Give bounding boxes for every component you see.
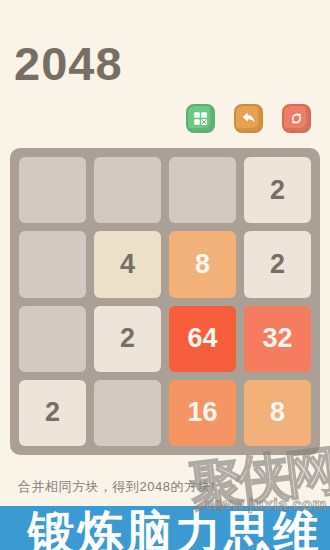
restart-button[interactable] (282, 104, 311, 133)
banner-text: 锻炼脑力思维 (28, 508, 322, 550)
toolbar (186, 104, 311, 133)
page-title: 2048 (14, 40, 123, 87)
tile-2: 2 (244, 231, 311, 297)
empty-cell (19, 231, 86, 297)
tile-2: 2 (94, 306, 161, 372)
restart-arrows-icon (288, 110, 305, 127)
board-grid[interactable]: 2482264322168 (10, 148, 320, 455)
tile-64: 64 (169, 306, 236, 372)
bottom-banner: 锻炼脑力思维 (0, 506, 330, 550)
empty-cell (19, 157, 86, 223)
hint-text: 合并相同方块，得到2048的方块! (18, 478, 215, 496)
tile-2: 2 (19, 380, 86, 446)
tile-4: 4 (94, 231, 161, 297)
empty-cell (169, 157, 236, 223)
tile-32: 32 (244, 306, 311, 372)
tile-2: 2 (244, 157, 311, 223)
tile-8: 8 (169, 231, 236, 297)
undo-arrow-icon (240, 110, 257, 127)
empty-cell (94, 380, 161, 446)
empty-cell (19, 306, 86, 372)
undo-button[interactable] (234, 104, 263, 133)
board-select-button[interactable] (186, 104, 215, 133)
empty-cell (94, 157, 161, 223)
grid-tiles-icon (192, 110, 209, 127)
app-screen: 2048 (0, 0, 330, 550)
tile-8: 8 (244, 380, 311, 446)
tile-16: 16 (169, 380, 236, 446)
